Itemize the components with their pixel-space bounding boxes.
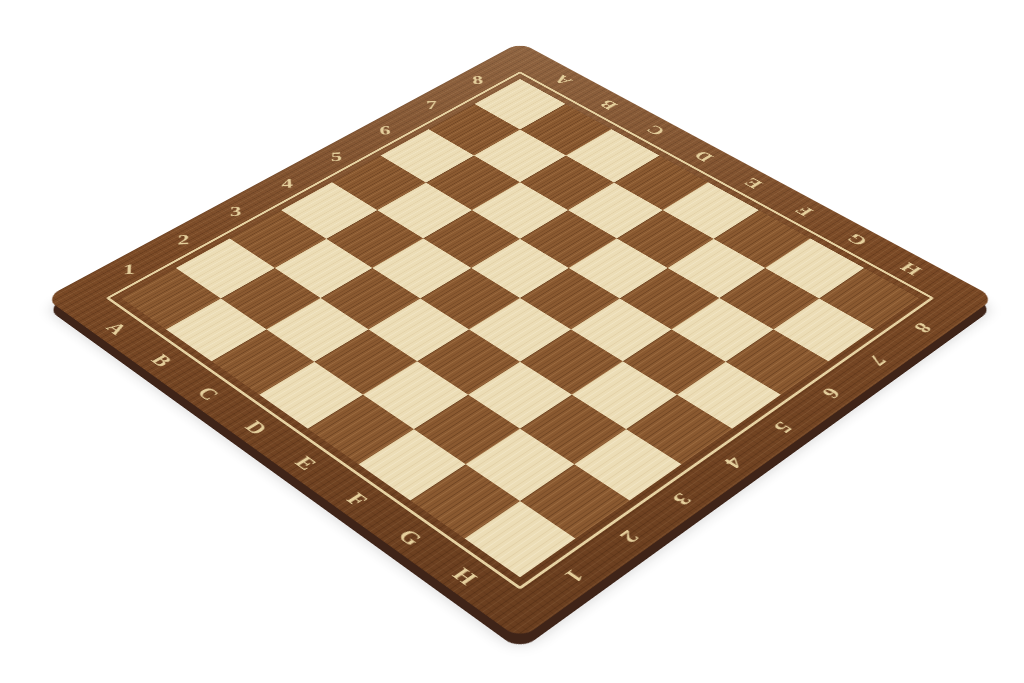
rank-label-right-1: 1 xyxy=(560,566,589,586)
coordinate-strip-bottom: ABCDEFGH xyxy=(78,303,511,608)
square-f4 xyxy=(520,329,623,394)
square-h4 xyxy=(626,394,732,464)
square-e3 xyxy=(417,329,520,394)
square-f2 xyxy=(414,394,520,464)
square-d3 xyxy=(368,298,469,361)
square-f5 xyxy=(571,298,672,361)
file-label-top-f: F xyxy=(792,203,818,218)
square-h3 xyxy=(574,429,682,501)
square-f3 xyxy=(468,361,572,428)
label-cell: H xyxy=(420,544,511,608)
square-h1 xyxy=(464,501,575,578)
rank-label-right-2: 2 xyxy=(615,527,644,547)
square-g3 xyxy=(520,394,626,464)
label-cell: 8 xyxy=(883,303,962,354)
label-cell: 3 xyxy=(639,470,726,530)
square-e2 xyxy=(363,361,467,428)
square-g2 xyxy=(466,429,574,501)
square-f1 xyxy=(358,429,466,501)
label-cell: F xyxy=(314,470,401,530)
file-label-top-g: G xyxy=(843,231,872,249)
label-cell: C xyxy=(168,366,250,420)
file-label-bottom-f: F xyxy=(343,489,373,509)
rank-label-left-5: 5 xyxy=(330,150,342,163)
file-label-bottom-e: E xyxy=(291,452,322,472)
square-g5 xyxy=(623,329,726,394)
square-h2 xyxy=(520,464,630,538)
file-label-bottom-c: C xyxy=(193,383,224,403)
rank-label-left-6: 6 xyxy=(379,124,391,137)
rank-label-left-1: 1 xyxy=(122,261,135,276)
square-c1 xyxy=(212,329,315,394)
file-label-bottom-a: A xyxy=(102,319,132,338)
file-label-top-d: D xyxy=(690,149,717,165)
file-label-bottom-h: H xyxy=(448,564,482,588)
square-g6 xyxy=(672,298,773,361)
board-grid xyxy=(121,79,919,577)
file-label-bottom-b: B xyxy=(147,351,177,370)
rank-label-left-4: 4 xyxy=(281,176,293,190)
rank-label-right-7: 7 xyxy=(864,352,891,369)
chess-board: ABCDEFGH ABCDEFGH 87654321 87654321 xyxy=(45,42,995,639)
square-h6 xyxy=(726,329,829,394)
rank-label-right-5: 5 xyxy=(769,418,797,436)
file-label-top-b: B xyxy=(596,98,621,112)
rank-label-right-8: 8 xyxy=(909,320,936,336)
label-cell: A xyxy=(78,303,157,354)
rank-label-left-3: 3 xyxy=(230,204,242,218)
label-cell: 7 xyxy=(837,334,918,386)
rank-label-left-2: 2 xyxy=(177,232,189,246)
square-c2 xyxy=(267,298,368,361)
label-cell: 4 xyxy=(691,434,776,492)
file-label-top-e: E xyxy=(740,176,766,192)
label-cell: 2 xyxy=(585,506,674,568)
label-cell: E xyxy=(264,434,349,492)
file-label-top-h: H xyxy=(897,260,926,278)
square-e1 xyxy=(308,394,414,464)
square-h5 xyxy=(677,361,781,428)
square-d2 xyxy=(314,329,417,394)
rank-label-right-6: 6 xyxy=(817,385,844,402)
label-cell: D xyxy=(215,400,299,456)
rank-label-right-3: 3 xyxy=(668,490,696,509)
label-cell: G xyxy=(366,506,455,568)
square-e4 xyxy=(469,298,570,361)
file-label-bottom-g: G xyxy=(394,525,428,548)
product-photo: ABCDEFGH ABCDEFGH 87654321 87654321 xyxy=(0,0,1024,683)
square-d1 xyxy=(259,361,363,428)
label-cell: 1 xyxy=(529,544,620,608)
square-g4 xyxy=(572,361,676,428)
rank-label-right-4: 4 xyxy=(719,453,747,471)
label-cell: 5 xyxy=(741,400,825,456)
coordinate-strip-right: 87654321 xyxy=(529,303,962,608)
board-surface: ABCDEFGH ABCDEFGH 87654321 87654321 xyxy=(45,42,995,639)
rank-label-left-7: 7 xyxy=(425,98,437,111)
square-h7 xyxy=(773,298,874,361)
square-g1 xyxy=(410,464,520,538)
file-label-top-c: C xyxy=(642,123,669,138)
square-b1 xyxy=(166,298,267,361)
file-label-top-a: A xyxy=(550,73,576,87)
label-cell: 6 xyxy=(790,366,872,420)
rank-label-left-8: 8 xyxy=(471,74,483,86)
label-cell: B xyxy=(122,334,203,386)
file-label-bottom-d: D xyxy=(241,417,272,437)
